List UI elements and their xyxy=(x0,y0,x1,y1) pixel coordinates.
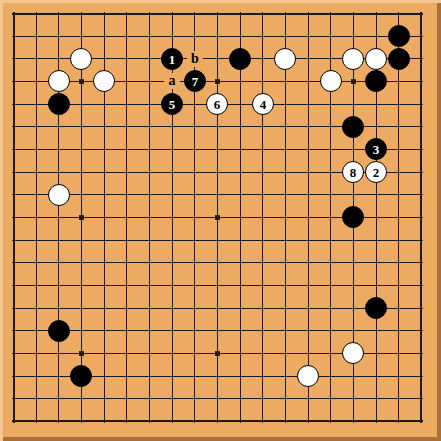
move-number: 3 xyxy=(373,143,380,156)
stone-white xyxy=(70,48,92,70)
stone-black-move-3: 3 xyxy=(365,138,387,160)
grid-line-horizontal xyxy=(12,262,423,263)
grid-line-horizontal xyxy=(12,330,423,331)
stone-black xyxy=(229,48,251,70)
point-label-a: a xyxy=(164,73,180,89)
move-number: 4 xyxy=(260,98,267,111)
move-number: 5 xyxy=(169,98,176,111)
stone-black xyxy=(48,93,70,115)
star-point xyxy=(79,351,84,356)
star-point xyxy=(351,79,356,84)
stone-white-move-2: 2 xyxy=(365,161,387,183)
grid-line-horizontal xyxy=(12,420,423,422)
move-number: 6 xyxy=(214,98,221,111)
grid-line-vertical xyxy=(240,12,241,423)
grid-line-horizontal xyxy=(12,398,423,399)
stone-white-move-8: 8 xyxy=(342,161,364,183)
stone-black xyxy=(342,206,364,228)
stone-white xyxy=(365,48,387,70)
grid-line-vertical xyxy=(262,12,263,423)
move-number: 8 xyxy=(350,166,357,179)
grid-line-horizontal xyxy=(12,308,423,309)
stone-white xyxy=(320,70,342,92)
grid-line-horizontal xyxy=(12,285,423,286)
star-point xyxy=(215,79,220,84)
move-number: 2 xyxy=(373,166,380,179)
grid-line-horizontal xyxy=(12,240,423,241)
star-point xyxy=(215,351,220,356)
point-label-b: b xyxy=(187,51,203,67)
stone-white xyxy=(297,365,319,387)
grid-line-vertical xyxy=(308,12,309,423)
star-point xyxy=(79,215,84,220)
stone-white-move-6: 6 xyxy=(206,93,228,115)
stone-black xyxy=(388,25,410,47)
grid-line-vertical xyxy=(285,12,286,423)
star-point xyxy=(79,79,84,84)
stone-black xyxy=(365,70,387,92)
stone-black xyxy=(70,365,92,387)
move-number: 1 xyxy=(169,53,176,66)
grid-line-vertical xyxy=(398,12,399,423)
grid-line-vertical xyxy=(420,12,422,423)
stone-black-move-7: 7 xyxy=(184,70,206,92)
stone-black-move-5: 5 xyxy=(161,93,183,115)
stone-white xyxy=(48,184,70,206)
star-point xyxy=(215,215,220,220)
stone-black xyxy=(388,48,410,70)
stone-white-move-4: 4 xyxy=(252,93,274,115)
stone-black xyxy=(48,320,70,342)
stone-white xyxy=(342,342,364,364)
stone-black-move-1: 1 xyxy=(161,48,183,70)
stone-white xyxy=(274,48,296,70)
stone-white xyxy=(93,70,115,92)
stone-black xyxy=(342,116,364,138)
stone-white xyxy=(48,70,70,92)
stone-white xyxy=(342,48,364,70)
move-number: 7 xyxy=(192,75,199,88)
stone-black xyxy=(365,297,387,319)
go-board: 17564382ab xyxy=(0,0,441,441)
